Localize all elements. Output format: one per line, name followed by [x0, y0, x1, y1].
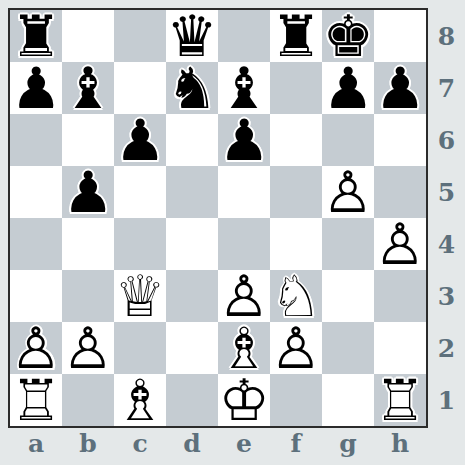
piece-white-pawn: ♙	[62, 322, 114, 374]
piece-white-pawn-fill: ♟	[270, 322, 322, 374]
piece-white-bishop-fill: ♝	[218, 322, 270, 374]
square-h2	[374, 322, 426, 374]
piece-black-pawn: ♟	[374, 62, 426, 114]
file-label-a: a	[10, 424, 62, 462]
piece-white-knight-fill: ♞	[270, 270, 322, 322]
piece-black-pawn: ♟	[62, 166, 114, 218]
square-e1: ♚♔	[218, 374, 270, 426]
piece-black-pawn: ♟	[10, 62, 62, 114]
square-a5	[10, 166, 62, 218]
square-d2	[166, 322, 218, 374]
piece-black-pawn: ♟	[218, 114, 270, 166]
piece-white-pawn-fill: ♟	[374, 218, 426, 270]
square-g4	[322, 218, 374, 270]
piece-white-rook-fill: ♜	[10, 374, 62, 426]
square-d5	[166, 166, 218, 218]
square-f8: ♜	[270, 10, 322, 62]
square-c8	[114, 10, 166, 62]
piece-white-bishop: ♗	[218, 322, 270, 374]
square-g8: ♚	[322, 10, 374, 62]
square-b3	[62, 270, 114, 322]
piece-white-pawn-fill: ♟	[322, 166, 374, 218]
file-label-f: f	[270, 424, 322, 462]
square-b6	[62, 114, 114, 166]
rank-labels: 87654321	[428, 8, 465, 428]
piece-white-pawn-fill: ♟	[218, 270, 270, 322]
rank-label-6: 6	[428, 114, 465, 166]
square-g7: ♟	[322, 62, 374, 114]
square-e7: ♝	[218, 62, 270, 114]
square-b4	[62, 218, 114, 270]
square-a3	[10, 270, 62, 322]
piece-white-pawn: ♙	[270, 322, 322, 374]
square-h3	[374, 270, 426, 322]
piece-white-rook: ♖	[10, 374, 62, 426]
rank-label-7: 7	[428, 62, 465, 114]
square-e4	[218, 218, 270, 270]
file-label-g: g	[322, 424, 374, 462]
piece-white-pawn: ♙	[374, 218, 426, 270]
piece-white-knight: ♘	[270, 270, 322, 322]
piece-white-bishop-fill: ♝	[114, 374, 166, 426]
piece-white-pawn: ♙	[10, 322, 62, 374]
square-f3: ♞♘	[270, 270, 322, 322]
square-h5	[374, 166, 426, 218]
square-c3: ♛♕	[114, 270, 166, 322]
square-c5	[114, 166, 166, 218]
piece-white-pawn-fill: ♟	[10, 322, 62, 374]
square-f1	[270, 374, 322, 426]
piece-black-bishop: ♝	[218, 62, 270, 114]
square-d6	[166, 114, 218, 166]
square-d1	[166, 374, 218, 426]
file-labels: abcdefgh	[8, 424, 428, 462]
square-a2: ♟♙	[10, 322, 62, 374]
square-h6	[374, 114, 426, 166]
piece-white-pawn: ♙	[218, 270, 270, 322]
square-b2: ♟♙	[62, 322, 114, 374]
piece-black-queen: ♛	[166, 10, 218, 62]
square-e5	[218, 166, 270, 218]
piece-white-rook-fill: ♜	[374, 374, 426, 426]
chess-board: ♜♛♜♚♟♝♞♝♟♟♟♟♟♟♙♟♙♛♕♟♙♞♘♟♙♟♙♝♗♟♙♜♖♝♗♚♔♜♖	[8, 8, 428, 428]
square-d4	[166, 218, 218, 270]
file-label-c: c	[114, 424, 166, 462]
square-f7	[270, 62, 322, 114]
square-f4	[270, 218, 322, 270]
rank-label-1: 1	[428, 374, 465, 426]
square-a6	[10, 114, 62, 166]
square-g3	[322, 270, 374, 322]
piece-white-king: ♔	[218, 374, 270, 426]
square-g1	[322, 374, 374, 426]
file-label-h: h	[374, 424, 426, 462]
square-b5: ♟	[62, 166, 114, 218]
square-e8	[218, 10, 270, 62]
square-c1: ♝♗	[114, 374, 166, 426]
piece-black-rook: ♜	[270, 10, 322, 62]
chess-board-container: ♜♛♜♚♟♝♞♝♟♟♟♟♟♟♙♟♙♛♕♟♙♞♘♟♙♟♙♝♗♟♙♜♖♝♗♚♔♜♖	[8, 8, 428, 428]
rank-label-4: 4	[428, 218, 465, 270]
piece-black-pawn: ♟	[114, 114, 166, 166]
square-e2: ♝♗	[218, 322, 270, 374]
piece-white-queen-fill: ♛	[114, 270, 166, 322]
piece-white-pawn: ♙	[322, 166, 374, 218]
square-e3: ♟♙	[218, 270, 270, 322]
square-a1: ♜♖	[10, 374, 62, 426]
square-e6: ♟	[218, 114, 270, 166]
piece-black-knight: ♞	[166, 62, 218, 114]
piece-black-rook: ♜	[10, 10, 62, 62]
square-f5	[270, 166, 322, 218]
square-d8: ♛	[166, 10, 218, 62]
square-h8	[374, 10, 426, 62]
rank-label-3: 3	[428, 270, 465, 322]
square-f2: ♟♙	[270, 322, 322, 374]
square-b7: ♝	[62, 62, 114, 114]
square-h7: ♟	[374, 62, 426, 114]
square-a4	[10, 218, 62, 270]
square-g2	[322, 322, 374, 374]
file-label-e: e	[218, 424, 270, 462]
rank-label-2: 2	[428, 322, 465, 374]
file-label-b: b	[62, 424, 114, 462]
square-c7	[114, 62, 166, 114]
piece-black-pawn: ♟	[322, 62, 374, 114]
piece-white-queen: ♕	[114, 270, 166, 322]
square-g6	[322, 114, 374, 166]
square-b8	[62, 10, 114, 62]
piece-white-bishop: ♗	[114, 374, 166, 426]
piece-white-king-fill: ♚	[218, 374, 270, 426]
square-d3	[166, 270, 218, 322]
square-d7: ♞	[166, 62, 218, 114]
piece-white-rook: ♖	[374, 374, 426, 426]
rank-label-5: 5	[428, 166, 465, 218]
piece-white-pawn-fill: ♟	[62, 322, 114, 374]
piece-black-bishop: ♝	[62, 62, 114, 114]
square-c4	[114, 218, 166, 270]
square-b1	[62, 374, 114, 426]
square-c6: ♟	[114, 114, 166, 166]
piece-black-king: ♚	[322, 10, 374, 62]
square-h1: ♜♖	[374, 374, 426, 426]
square-f6	[270, 114, 322, 166]
square-g5: ♟♙	[322, 166, 374, 218]
rank-label-8: 8	[428, 10, 465, 62]
square-a7: ♟	[10, 62, 62, 114]
square-a8: ♜	[10, 10, 62, 62]
square-h4: ♟♙	[374, 218, 426, 270]
file-label-d: d	[166, 424, 218, 462]
square-c2	[114, 322, 166, 374]
